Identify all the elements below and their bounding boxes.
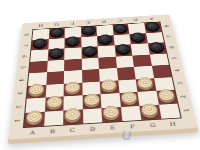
white-piece-b2[interactable]: [46, 96, 62, 109]
square-h4[interactable]: [151, 65, 171, 78]
black-piece-c7[interactable]: [66, 36, 80, 46]
black-piece-f8[interactable]: [113, 23, 128, 32]
white-piece-c1[interactable]: [65, 108, 82, 121]
white-piece-g3[interactable]: [137, 77, 154, 89]
square-e3[interactable]: [100, 80, 119, 94]
square-g3[interactable]: [136, 78, 156, 92]
square-f1[interactable]: [120, 106, 141, 122]
file-label-d: D: [82, 124, 102, 135]
black-piece-a7[interactable]: [33, 38, 48, 48]
square-h1[interactable]: [158, 103, 180, 119]
square-d4[interactable]: [82, 69, 100, 82]
square-e1[interactable]: [101, 107, 121, 123]
white-piece-h2[interactable]: [157, 89, 175, 102]
black-piece-b6[interactable]: [49, 48, 64, 58]
square-b4[interactable]: [46, 71, 64, 84]
white-piece-a1[interactable]: [26, 110, 43, 123]
file-label-b: B: [42, 126, 62, 137]
white-piece-e1[interactable]: [103, 106, 120, 119]
black-piece-e7[interactable]: [98, 34, 113, 44]
black-piece-h8[interactable]: [145, 21, 160, 30]
square-g1[interactable]: [139, 104, 161, 120]
white-piece-f2[interactable]: [120, 91, 137, 104]
white-piece-c3[interactable]: [65, 82, 81, 94]
file-label-g: G: [142, 120, 164, 131]
file-label-c: C: [62, 125, 82, 136]
square-f4[interactable]: [116, 67, 135, 80]
black-piece-d8[interactable]: [82, 25, 96, 34]
file-label-a: A: [22, 127, 43, 138]
square-d2[interactable]: [82, 94, 101, 109]
white-piece-a3[interactable]: [28, 84, 44, 96]
playing-field: [23, 21, 182, 128]
checkers-board: ABCDEFGH ABCDEFGH 87654321 87654321: [8, 14, 198, 139]
photo-background: ABCDEFGH ABCDEFGH 87654321 87654321: [0, 0, 200, 150]
square-c1[interactable]: [63, 109, 83, 125]
square-a1[interactable]: [24, 111, 44, 127]
white-piece-e3[interactable]: [101, 79, 117, 91]
file-label-e: E: [102, 122, 123, 133]
square-c3[interactable]: [64, 82, 82, 96]
black-piece-h6[interactable]: [148, 42, 164, 52]
clasp-latch-icon: [122, 130, 131, 140]
square-a3[interactable]: [27, 85, 46, 99]
square-h2[interactable]: [156, 90, 177, 105]
black-piece-b8[interactable]: [50, 27, 64, 36]
square-b2[interactable]: [44, 96, 63, 111]
file-label-h: H: [162, 119, 184, 130]
white-piece-g1[interactable]: [141, 103, 159, 116]
square-f2[interactable]: [119, 92, 139, 107]
black-piece-g7[interactable]: [130, 32, 145, 42]
black-piece-d6[interactable]: [82, 46, 97, 56]
square-d1[interactable]: [82, 108, 102, 124]
black-piece-f6[interactable]: [115, 44, 130, 54]
white-piece-d2[interactable]: [83, 93, 99, 106]
square-b1[interactable]: [44, 110, 64, 126]
